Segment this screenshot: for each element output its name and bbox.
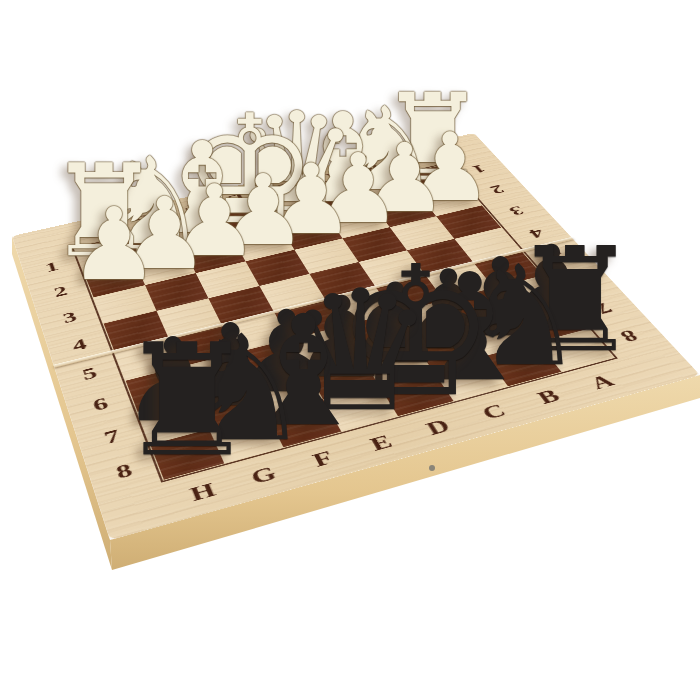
rank-label-right-5: 5 — [546, 248, 570, 265]
rank-label-left-2: 2 — [52, 283, 70, 300]
rank-label-left-8: 8 — [113, 459, 135, 483]
file-label-far-f: F — [179, 201, 200, 216]
rank-label-left-3: 3 — [60, 308, 78, 326]
rank-label-right-4: 4 — [525, 225, 548, 241]
file-label-near-a: A — [585, 371, 618, 394]
file-label-near-g: G — [247, 462, 280, 489]
file-label-far-c: C — [315, 170, 339, 185]
file-label-near-b: B — [533, 385, 565, 408]
file-label-near-e: E — [366, 431, 396, 456]
file-label-far-b: B — [360, 161, 383, 175]
file-label-near-h: H — [187, 478, 219, 505]
rank-label-right-7: 7 — [591, 299, 617, 317]
rank-label-left-6: 6 — [90, 393, 110, 414]
file-label-near-d: D — [422, 415, 454, 439]
file-label-far-e: E — [225, 191, 247, 206]
product-photo-stage: HHGGFFEEDDCCBBAA1122334455667788 ♜♞♝♚♛♝♞… — [0, 0, 700, 700]
rank-label-right-8: 8 — [615, 326, 642, 345]
hinge-screw — [429, 465, 435, 471]
rank-label-right-6: 6 — [568, 273, 593, 290]
file-label-far-h: H — [82, 222, 106, 239]
rank-label-left-5: 5 — [80, 363, 100, 383]
rank-label-right-3: 3 — [505, 203, 527, 218]
rank-label-right-2: 2 — [486, 182, 507, 196]
file-label-far-g: G — [130, 211, 154, 227]
file-label-near-c: C — [478, 400, 511, 424]
rank-label-left-4: 4 — [70, 335, 89, 354]
file-label-near-f: F — [309, 447, 337, 472]
rank-label-right-1: 1 — [468, 162, 489, 176]
rank-label-left-1: 1 — [43, 259, 60, 275]
file-label-far-a: A — [403, 151, 427, 165]
file-label-far-d: D — [270, 181, 294, 196]
rank-label-left-7: 7 — [101, 425, 122, 448]
